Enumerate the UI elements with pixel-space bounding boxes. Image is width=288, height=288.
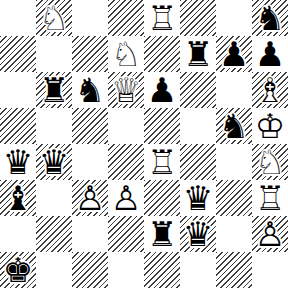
square-c3[interactable]: ♟♙ bbox=[72, 180, 108, 216]
piece-black-knight[interactable]: ♞ bbox=[252, 0, 288, 36]
piece-white-knight[interactable]: ♘ bbox=[108, 36, 144, 72]
square-e8[interactable]: ♜♖ bbox=[144, 0, 180, 36]
square-g8[interactable] bbox=[216, 0, 252, 36]
square-a3[interactable]: ♝ bbox=[0, 180, 36, 216]
square-c5[interactable] bbox=[72, 108, 108, 144]
square-h7[interactable]: ♟ bbox=[252, 36, 288, 72]
piece-white-rook[interactable]: ♖ bbox=[252, 180, 288, 216]
square-h3[interactable]: ♜♖ bbox=[252, 180, 288, 216]
square-h6[interactable]: ♝♗ bbox=[252, 72, 288, 108]
piece-white-pawn[interactable]: ♙ bbox=[252, 216, 288, 252]
square-b7[interactable] bbox=[36, 36, 72, 72]
square-h1[interactable] bbox=[252, 252, 288, 288]
piece-black-queen[interactable]: ♛ bbox=[180, 180, 216, 216]
piece-black-rook[interactable]: ♜ bbox=[180, 36, 216, 72]
square-d1[interactable] bbox=[108, 252, 144, 288]
square-c2[interactable] bbox=[72, 216, 108, 252]
piece-white-rook[interactable]: ♖ bbox=[144, 144, 180, 180]
square-g3[interactable] bbox=[216, 180, 252, 216]
square-a2[interactable] bbox=[0, 216, 36, 252]
square-b8[interactable]: ♞♘ bbox=[36, 0, 72, 36]
square-g6[interactable] bbox=[216, 72, 252, 108]
square-e4[interactable]: ♜♖ bbox=[144, 144, 180, 180]
piece-black-pawn[interactable]: ♟ bbox=[252, 36, 288, 72]
piece-black-pawn[interactable]: ♟ bbox=[144, 72, 180, 108]
piece-black-queen[interactable]: ♛ bbox=[180, 216, 216, 252]
piece-black-rook[interactable]: ♜ bbox=[36, 72, 72, 108]
square-e1[interactable] bbox=[144, 252, 180, 288]
square-g4[interactable] bbox=[216, 144, 252, 180]
piece-white-knight[interactable]: ♘ bbox=[252, 144, 288, 180]
piece-black-queen[interactable]: ♛ bbox=[36, 144, 72, 180]
square-a5[interactable] bbox=[0, 108, 36, 144]
square-f2[interactable]: ♛ bbox=[180, 216, 216, 252]
square-c7[interactable] bbox=[72, 36, 108, 72]
square-a7[interactable] bbox=[0, 36, 36, 72]
piece-white-rook[interactable]: ♖ bbox=[144, 0, 180, 36]
square-h4[interactable]: ♞♘ bbox=[252, 144, 288, 180]
piece-black-knight[interactable]: ♞ bbox=[72, 72, 108, 108]
square-a6[interactable] bbox=[0, 72, 36, 108]
square-e7[interactable] bbox=[144, 36, 180, 72]
square-a1[interactable]: ♚ bbox=[0, 252, 36, 288]
piece-black-knight[interactable]: ♞ bbox=[216, 108, 252, 144]
square-d5[interactable] bbox=[108, 108, 144, 144]
square-c1[interactable] bbox=[72, 252, 108, 288]
square-a8[interactable] bbox=[0, 0, 36, 36]
square-d4[interactable] bbox=[108, 144, 144, 180]
square-e6[interactable]: ♟ bbox=[144, 72, 180, 108]
square-f5[interactable] bbox=[180, 108, 216, 144]
piece-black-bishop[interactable]: ♝ bbox=[0, 180, 36, 216]
square-b2[interactable] bbox=[36, 216, 72, 252]
square-b4[interactable]: ♛ bbox=[36, 144, 72, 180]
piece-black-pawn[interactable]: ♟ bbox=[216, 36, 252, 72]
square-d7[interactable]: ♞♘ bbox=[108, 36, 144, 72]
square-g7[interactable]: ♟ bbox=[216, 36, 252, 72]
piece-white-pawn[interactable]: ♙ bbox=[72, 180, 108, 216]
square-b1[interactable] bbox=[36, 252, 72, 288]
square-e5[interactable] bbox=[144, 108, 180, 144]
square-d3[interactable]: ♟♙ bbox=[108, 180, 144, 216]
piece-black-king[interactable]: ♚ bbox=[0, 252, 36, 288]
piece-white-queen[interactable]: ♕ bbox=[108, 72, 144, 108]
square-f8[interactable] bbox=[180, 0, 216, 36]
square-b6[interactable]: ♜ bbox=[36, 72, 72, 108]
square-g1[interactable] bbox=[216, 252, 252, 288]
square-f1[interactable] bbox=[180, 252, 216, 288]
square-h8[interactable]: ♞ bbox=[252, 0, 288, 36]
chess-board: ♞♘♜♖♞♞♘♜♟♟♜♞♛♕♟♝♗♞♚♔♛♛♜♖♞♘♝♟♙♟♙♛♜♖♜♛♟♙♚ bbox=[0, 0, 288, 288]
square-e2[interactable]: ♜ bbox=[144, 216, 180, 252]
square-g5[interactable]: ♞ bbox=[216, 108, 252, 144]
square-d2[interactable] bbox=[108, 216, 144, 252]
square-d8[interactable] bbox=[108, 0, 144, 36]
square-b3[interactable] bbox=[36, 180, 72, 216]
square-c4[interactable] bbox=[72, 144, 108, 180]
piece-black-queen[interactable]: ♛ bbox=[0, 144, 36, 180]
square-a4[interactable]: ♛ bbox=[0, 144, 36, 180]
piece-white-knight[interactable]: ♘ bbox=[36, 0, 72, 36]
square-f7[interactable]: ♜ bbox=[180, 36, 216, 72]
square-c8[interactable] bbox=[72, 0, 108, 36]
piece-white-bishop[interactable]: ♗ bbox=[252, 72, 288, 108]
piece-white-pawn[interactable]: ♙ bbox=[108, 180, 144, 216]
piece-black-rook[interactable]: ♜ bbox=[144, 216, 180, 252]
square-h2[interactable]: ♟♙ bbox=[252, 216, 288, 252]
square-h5[interactable]: ♚♔ bbox=[252, 108, 288, 144]
piece-white-king[interactable]: ♔ bbox=[252, 108, 288, 144]
square-c6[interactable]: ♞ bbox=[72, 72, 108, 108]
square-e3[interactable] bbox=[144, 180, 180, 216]
square-f3[interactable]: ♛ bbox=[180, 180, 216, 216]
square-d6[interactable]: ♛♕ bbox=[108, 72, 144, 108]
square-f6[interactable] bbox=[180, 72, 216, 108]
square-f4[interactable] bbox=[180, 144, 216, 180]
square-g2[interactable] bbox=[216, 216, 252, 252]
square-b5[interactable] bbox=[36, 108, 72, 144]
